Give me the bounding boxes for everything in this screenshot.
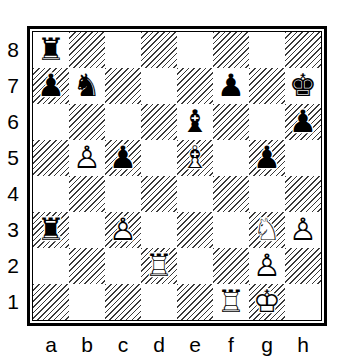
square-a6[interactable] [33, 104, 69, 140]
board-frame: ♜♜♟♟♞♞♟♟♚♚♝♝♟♟♟♙♟♟♝♗♟♟♜♜♟♙♞♘♟♙♜♖♟♙♜♖♚♔ [27, 26, 327, 326]
file-label-f: f [213, 331, 249, 359]
black-pawn[interactable]: ♟♟ [249, 140, 285, 176]
white-pawn-glyph: ♙ [69, 139, 105, 175]
square-e7[interactable] [177, 68, 213, 104]
black-pawn-glyph: ♟ [285, 103, 321, 139]
chess-board: ♜♜♟♟♞♞♟♟♚♚♝♝♟♟♟♙♟♟♝♗♟♟♜♜♟♙♞♘♟♙♜♖♟♙♜♖♚♔ [33, 32, 321, 320]
square-g4[interactable] [249, 176, 285, 212]
black-pawn[interactable]: ♟♟ [33, 68, 69, 104]
square-a8[interactable]: ♜♜ [33, 32, 69, 68]
square-c1[interactable] [105, 284, 141, 320]
black-king[interactable]: ♚♚ [285, 68, 321, 104]
square-a2[interactable] [33, 248, 69, 284]
square-f7[interactable]: ♟♟ [213, 68, 249, 104]
square-h3[interactable]: ♟♙ [285, 212, 321, 248]
white-pawn-glyph: ♙ [105, 211, 141, 247]
square-b2[interactable] [69, 248, 105, 284]
square-f6[interactable] [213, 104, 249, 140]
square-c7[interactable] [105, 68, 141, 104]
square-b7[interactable]: ♞♞ [69, 68, 105, 104]
square-g6[interactable] [249, 104, 285, 140]
square-g5[interactable]: ♟♟ [249, 140, 285, 176]
square-d7[interactable] [141, 68, 177, 104]
black-pawn[interactable]: ♟♟ [105, 140, 141, 176]
rank-label-4: 4 [2, 176, 24, 212]
white-pawn[interactable]: ♟♙ [69, 140, 105, 176]
square-h1[interactable] [285, 284, 321, 320]
rank-label-3: 3 [2, 212, 24, 248]
white-rook-glyph: ♖ [213, 283, 249, 319]
white-rook[interactable]: ♜♖ [141, 248, 177, 284]
white-knight-glyph: ♘ [249, 211, 285, 247]
square-g8[interactable] [249, 32, 285, 68]
square-f2[interactable] [213, 248, 249, 284]
black-rook-glyph: ♜ [33, 31, 69, 67]
black-pawn[interactable]: ♟♟ [285, 104, 321, 140]
black-bishop[interactable]: ♝♝ [177, 104, 213, 140]
square-c4[interactable] [105, 176, 141, 212]
square-g3[interactable]: ♞♘ [249, 212, 285, 248]
board-inner: ♜♜♟♟♞♞♟♟♚♚♝♝♟♟♟♙♟♟♝♗♟♟♜♜♟♙♞♘♟♙♜♖♟♙♜♖♚♔ [32, 31, 322, 321]
square-b1[interactable] [69, 284, 105, 320]
square-a5[interactable] [33, 140, 69, 176]
square-a3[interactable]: ♜♜ [33, 212, 69, 248]
white-pawn[interactable]: ♟♙ [105, 212, 141, 248]
rank-label-1: 1 [2, 284, 24, 320]
file-label-h: h [285, 331, 321, 359]
white-king-glyph: ♔ [249, 283, 285, 319]
rank-label-8: 8 [2, 32, 24, 68]
square-c3[interactable]: ♟♙ [105, 212, 141, 248]
file-label-g: g [249, 331, 285, 359]
white-king[interactable]: ♚♔ [249, 284, 285, 320]
square-g1[interactable]: ♚♔ [249, 284, 285, 320]
square-h2[interactable] [285, 248, 321, 284]
square-a1[interactable] [33, 284, 69, 320]
square-e5[interactable]: ♝♗ [177, 140, 213, 176]
square-h4[interactable] [285, 176, 321, 212]
black-pawn-glyph: ♟ [105, 139, 141, 175]
rank-label-2: 2 [2, 248, 24, 284]
black-pawn-glyph: ♟ [213, 67, 249, 103]
square-d6[interactable] [141, 104, 177, 140]
square-g2[interactable]: ♟♙ [249, 248, 285, 284]
file-label-b: b [69, 331, 105, 359]
square-b8[interactable] [69, 32, 105, 68]
white-bishop[interactable]: ♝♗ [177, 140, 213, 176]
square-d2[interactable]: ♜♖ [141, 248, 177, 284]
square-h8[interactable] [285, 32, 321, 68]
square-c8[interactable] [105, 32, 141, 68]
square-f4[interactable] [213, 176, 249, 212]
file-label-e: e [177, 331, 213, 359]
square-h5[interactable] [285, 140, 321, 176]
white-rook[interactable]: ♜♖ [213, 284, 249, 320]
square-h6[interactable]: ♟♟ [285, 104, 321, 140]
square-b5[interactable]: ♟♙ [69, 140, 105, 176]
square-f5[interactable] [213, 140, 249, 176]
square-e2[interactable] [177, 248, 213, 284]
square-a4[interactable] [33, 176, 69, 212]
square-e4[interactable] [177, 176, 213, 212]
black-pawn-glyph: ♟ [33, 67, 69, 103]
white-pawn[interactable]: ♟♙ [249, 248, 285, 284]
file-label-a: a [33, 331, 69, 359]
square-c5[interactable]: ♟♟ [105, 140, 141, 176]
white-pawn-glyph: ♙ [249, 247, 285, 283]
white-knight[interactable]: ♞♘ [249, 212, 285, 248]
square-e6[interactable]: ♝♝ [177, 104, 213, 140]
square-d4[interactable] [141, 176, 177, 212]
rank-label-7: 7 [2, 68, 24, 104]
square-d1[interactable] [141, 284, 177, 320]
black-rook-glyph: ♜ [33, 211, 69, 247]
square-c6[interactable] [105, 104, 141, 140]
black-rook[interactable]: ♜♜ [33, 212, 69, 248]
black-knight[interactable]: ♞♞ [69, 68, 105, 104]
white-bishop-glyph: ♗ [177, 139, 213, 175]
black-rook[interactable]: ♜♜ [33, 32, 69, 68]
rank-label-6: 6 [2, 104, 24, 140]
square-c2[interactable] [105, 248, 141, 284]
chess-diagram: 87654321 ♜♜♟♟♞♞♟♟♚♚♝♝♟♟♟♙♟♟♝♗♟♟♜♜♟♙♞♘♟♙♜… [0, 0, 360, 360]
square-b6[interactable] [69, 104, 105, 140]
black-pawn-glyph: ♟ [249, 139, 285, 175]
black-knight-glyph: ♞ [69, 67, 105, 103]
square-g7[interactable] [249, 68, 285, 104]
black-king-glyph: ♚ [285, 67, 321, 103]
square-d8[interactable] [141, 32, 177, 68]
white-pawn[interactable]: ♟♙ [285, 212, 321, 248]
square-f8[interactable] [213, 32, 249, 68]
square-d5[interactable] [141, 140, 177, 176]
rank-label-5: 5 [2, 140, 24, 176]
square-d3[interactable] [141, 212, 177, 248]
square-b4[interactable] [69, 176, 105, 212]
file-label-d: d [141, 331, 177, 359]
white-pawn-glyph: ♙ [285, 211, 321, 247]
square-h7[interactable]: ♚♚ [285, 68, 321, 104]
file-label-c: c [105, 331, 141, 359]
square-a7[interactable]: ♟♟ [33, 68, 69, 104]
square-f1[interactable]: ♜♖ [213, 284, 249, 320]
square-e3[interactable] [177, 212, 213, 248]
black-pawn[interactable]: ♟♟ [213, 68, 249, 104]
square-f3[interactable] [213, 212, 249, 248]
white-rook-glyph: ♖ [141, 247, 177, 283]
square-e8[interactable] [177, 32, 213, 68]
black-bishop-glyph: ♝ [177, 103, 213, 139]
square-b3[interactable] [69, 212, 105, 248]
square-e1[interactable] [177, 284, 213, 320]
